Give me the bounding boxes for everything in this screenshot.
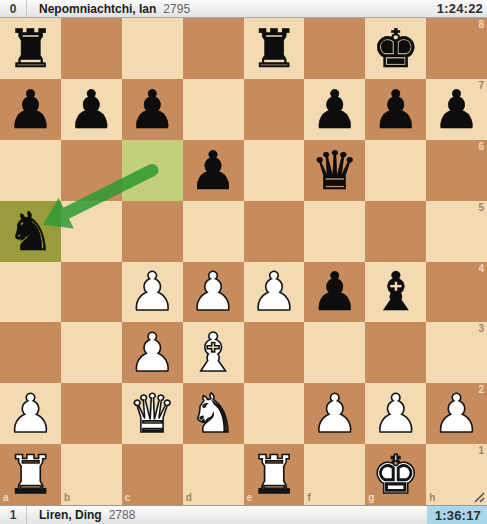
piece-white-queen[interactable]: ♛ — [122, 383, 183, 444]
square-c2[interactable]: ♛ — [122, 383, 183, 444]
piece-white-king[interactable]: ♚ — [365, 444, 426, 505]
square-e3[interactable] — [244, 322, 305, 383]
piece-white-knight[interactable]: ♞ — [183, 383, 244, 444]
piece-black-pawn[interactable]: ♟ — [183, 140, 244, 201]
square-g7[interactable]: ♟ — [365, 79, 426, 140]
square-g8[interactable]: ♚ — [365, 18, 426, 79]
square-c6[interactable] — [122, 140, 183, 201]
piece-black-pawn[interactable]: ♟ — [0, 79, 61, 140]
square-h5[interactable]: 5 — [426, 201, 487, 262]
bar-divider — [26, 0, 27, 17]
square-g6[interactable] — [365, 140, 426, 201]
file-label-f: f — [307, 493, 310, 503]
piece-white-rook[interactable]: ♜ — [244, 444, 305, 505]
square-a2[interactable]: ♟ — [0, 383, 61, 444]
square-e8[interactable]: ♜ — [244, 18, 305, 79]
square-h6[interactable]: 6 — [426, 140, 487, 201]
resize-grip-icon[interactable] — [472, 490, 485, 503]
square-b2[interactable] — [61, 383, 122, 444]
square-a5[interactable]: ♞ — [0, 201, 61, 262]
piece-black-pawn[interactable]: ♟ — [304, 262, 365, 323]
file-label-e: e — [247, 493, 253, 503]
square-e2[interactable] — [244, 383, 305, 444]
square-e1[interactable]: ♜e — [244, 444, 305, 505]
square-h2[interactable]: ♟2 — [426, 383, 487, 444]
board-area: ♜♜♚8♟♟♟♟♟♟7♟♛6♞5♟♟♟♟♝4♟♝3♟♛♞♟♟♟2♜abcd♜ef… — [0, 18, 487, 505]
piece-white-pawn[interactable]: ♟ — [304, 383, 365, 444]
rank-label-7: 7 — [478, 81, 484, 91]
square-e6[interactable] — [244, 140, 305, 201]
piece-white-pawn[interactable]: ♟ — [122, 322, 183, 383]
piece-black-knight[interactable]: ♞ — [0, 201, 61, 262]
square-c5[interactable] — [122, 201, 183, 262]
bottom-player-index: 1 — [0, 508, 26, 522]
square-f5[interactable] — [304, 201, 365, 262]
square-a3[interactable] — [0, 322, 61, 383]
square-b7[interactable]: ♟ — [61, 79, 122, 140]
file-label-b: b — [64, 493, 70, 503]
square-c3[interactable]: ♟ — [122, 322, 183, 383]
top-player-bar: 0 Nepomniachtchi, Ian 2795 1:24:22 — [0, 0, 487, 18]
square-d8[interactable] — [183, 18, 244, 79]
square-f1[interactable]: f — [304, 444, 365, 505]
rank-label-3: 3 — [478, 324, 484, 334]
piece-black-rook[interactable]: ♜ — [0, 18, 61, 79]
file-label-d: d — [186, 493, 192, 503]
square-b4[interactable] — [61, 262, 122, 323]
piece-white-rook[interactable]: ♜ — [0, 444, 61, 505]
square-e4[interactable]: ♟ — [244, 262, 305, 323]
square-b6[interactable] — [61, 140, 122, 201]
square-d3[interactable]: ♝ — [183, 322, 244, 383]
square-a4[interactable] — [0, 262, 61, 323]
square-f7[interactable]: ♟ — [304, 79, 365, 140]
piece-black-pawn[interactable]: ♟ — [365, 79, 426, 140]
square-g5[interactable] — [365, 201, 426, 262]
square-c8[interactable] — [122, 18, 183, 79]
square-d2[interactable]: ♞ — [183, 383, 244, 444]
piece-black-pawn[interactable]: ♟ — [61, 79, 122, 140]
square-d4[interactable]: ♟ — [183, 262, 244, 323]
square-h8[interactable]: 8 — [426, 18, 487, 79]
bottom-player-name: Liren, Ding — [39, 508, 102, 522]
rank-label-8: 8 — [478, 20, 484, 30]
chess-app-window: 0 Nepomniachtchi, Ian 2795 1:24:22 ♜♜♚8♟… — [0, 0, 487, 524]
square-d7[interactable] — [183, 79, 244, 140]
square-h7[interactable]: ♟7 — [426, 79, 487, 140]
piece-white-bishop[interactable]: ♝ — [183, 322, 244, 383]
piece-white-pawn[interactable]: ♟ — [365, 383, 426, 444]
square-b5[interactable] — [61, 201, 122, 262]
square-a7[interactable]: ♟ — [0, 79, 61, 140]
bottom-player-clock: 1:36:17 — [427, 506, 487, 524]
square-a8[interactable]: ♜ — [0, 18, 61, 79]
piece-black-pawn[interactable]: ♟ — [304, 79, 365, 140]
piece-white-pawn[interactable]: ♟ — [0, 383, 61, 444]
square-c7[interactable]: ♟ — [122, 79, 183, 140]
rank-label-5: 5 — [478, 203, 484, 213]
piece-white-pawn[interactable]: ♟ — [244, 262, 305, 323]
square-f3[interactable] — [304, 322, 365, 383]
square-d6[interactable]: ♟ — [183, 140, 244, 201]
file-label-h: h — [429, 493, 435, 503]
piece-black-pawn[interactable]: ♟ — [122, 79, 183, 140]
square-f4[interactable]: ♟ — [304, 262, 365, 323]
rank-label-6: 6 — [478, 142, 484, 152]
piece-black-rook[interactable]: ♜ — [244, 18, 305, 79]
square-b1[interactable]: b — [61, 444, 122, 505]
square-d1[interactable]: d — [183, 444, 244, 505]
file-label-c: c — [125, 493, 131, 503]
square-g4[interactable]: ♝ — [365, 262, 426, 323]
square-f6[interactable]: ♛ — [304, 140, 365, 201]
square-e5[interactable] — [244, 201, 305, 262]
square-e7[interactable] — [244, 79, 305, 140]
square-f8[interactable] — [304, 18, 365, 79]
square-c4[interactable]: ♟ — [122, 262, 183, 323]
square-g1[interactable]: ♚g — [365, 444, 426, 505]
top-player-clock: 1:24:22 — [433, 1, 487, 16]
piece-black-queen[interactable]: ♛ — [304, 140, 365, 201]
rank-label-4: 4 — [478, 264, 484, 274]
top-player-name: Nepomniachtchi, Ian — [39, 2, 156, 16]
square-h4[interactable]: 4 — [426, 262, 487, 323]
square-a1[interactable]: ♜a — [0, 444, 61, 505]
top-player-rating: 2795 — [163, 2, 190, 16]
chess-board: ♜♜♚8♟♟♟♟♟♟7♟♛6♞5♟♟♟♟♝4♟♝3♟♛♞♟♟♟2♜abcd♜ef… — [0, 18, 487, 505]
square-b8[interactable] — [61, 18, 122, 79]
file-label-g: g — [368, 493, 374, 503]
file-label-a: a — [3, 493, 9, 503]
bar-divider — [26, 506, 27, 524]
piece-black-king[interactable]: ♚ — [365, 18, 426, 79]
rank-label-2: 2 — [478, 385, 484, 395]
bottom-player-rating: 2788 — [109, 508, 136, 522]
square-c1[interactable]: c — [122, 444, 183, 505]
square-d5[interactable] — [183, 201, 244, 262]
bottom-player-bar: 1 Liren, Ding 2788 1:36:17 — [0, 505, 487, 524]
square-a6[interactable] — [0, 140, 61, 201]
square-g3[interactable] — [365, 322, 426, 383]
piece-white-pawn[interactable]: ♟ — [183, 262, 244, 323]
piece-black-bishop[interactable]: ♝ — [365, 262, 426, 323]
square-b3[interactable] — [61, 322, 122, 383]
square-g2[interactable]: ♟ — [365, 383, 426, 444]
square-f2[interactable]: ♟ — [304, 383, 365, 444]
square-h3[interactable]: 3 — [426, 322, 487, 383]
piece-white-pawn[interactable]: ♟ — [122, 262, 183, 323]
rank-label-1: 1 — [478, 446, 484, 456]
top-player-index: 0 — [0, 2, 26, 16]
